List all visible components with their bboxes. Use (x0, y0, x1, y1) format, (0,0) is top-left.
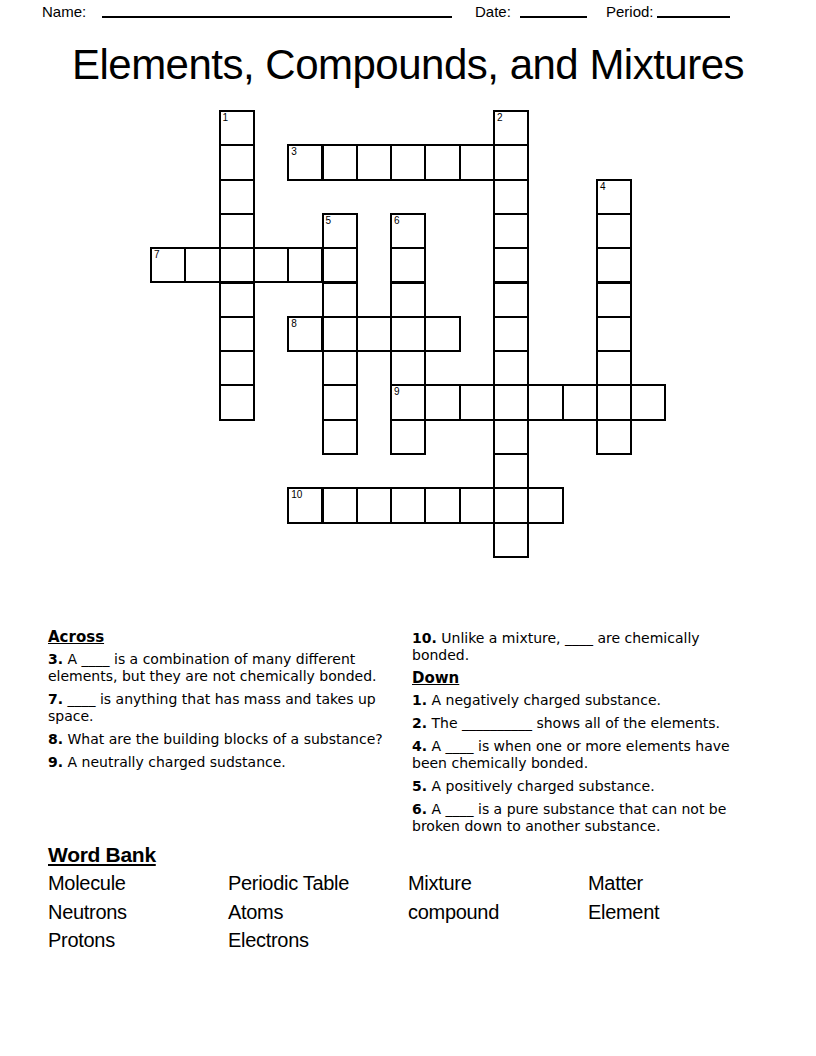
grid-cell[interactable] (219, 179, 255, 215)
clue-number: 9 (394, 387, 400, 397)
grid-cell[interactable] (596, 419, 632, 455)
grid-cell[interactable] (630, 384, 666, 420)
across-clues-overflow: 10. Unlike a mixture, ____ are chemicall… (412, 630, 760, 664)
worksheet-title: Elements, Compounds, and Mixtures (0, 42, 816, 88)
period-field-line[interactable] (657, 0, 730, 18)
clue-8: 8. What are the building blocks of a sub… (48, 731, 393, 748)
clue-1: 1. A negatively charged substance. (412, 692, 760, 709)
grid-cell[interactable] (424, 144, 460, 180)
grid-cell[interactable] (390, 316, 426, 352)
period-label: Period: (606, 3, 654, 20)
grid-cell[interactable] (459, 487, 495, 523)
grid-cell[interactable] (493, 453, 529, 489)
grid-cell[interactable] (219, 213, 255, 249)
clue-number-label: 2. (412, 715, 427, 731)
grid-cell[interactable] (493, 384, 529, 420)
grid-cell[interactable] (424, 487, 460, 523)
grid-cell[interactable] (493, 522, 529, 558)
grid-cell[interactable] (493, 350, 529, 386)
word-bank-item: Neutrons (48, 901, 228, 930)
grid-cell[interactable] (219, 350, 255, 386)
grid-cell[interactable] (390, 247, 426, 283)
grid-cell[interactable] (322, 282, 358, 318)
clue-4: 4. A ____ is when one or more elements h… (412, 738, 760, 772)
grid-cell[interactable] (596, 384, 632, 420)
grid-cell[interactable] (219, 384, 255, 420)
word-bank-item: compound (408, 901, 588, 930)
grid-cell[interactable] (527, 487, 563, 523)
clue-number-label: 9. (48, 754, 63, 770)
clue-number: 7 (154, 250, 160, 260)
grid-cell[interactable] (493, 419, 529, 455)
grid-cell[interactable] (322, 350, 358, 386)
grid-cell[interactable] (424, 384, 460, 420)
word-bank-list: MoleculePeriodic TableMixtureMatterNeutr… (48, 872, 768, 958)
across-clues-column: Across 3. A ____ is a combination of man… (48, 629, 393, 777)
name-label: Name: (42, 3, 86, 20)
grid-cell[interactable] (390, 144, 426, 180)
clue-number-label: 1. (412, 692, 427, 708)
word-bank-item: Electrons (228, 929, 408, 958)
grid-cell[interactable] (493, 282, 529, 318)
grid-cell[interactable] (219, 144, 255, 180)
grid-cell[interactable] (596, 247, 632, 283)
grid-cell[interactable] (322, 316, 358, 352)
date-label: Date: (475, 3, 511, 20)
word-bank-item: Atoms (228, 901, 408, 930)
grid-cell[interactable] (219, 316, 255, 352)
clue-number: 2 (497, 113, 503, 123)
grid-cell[interactable] (596, 350, 632, 386)
grid-cell[interactable] (493, 316, 529, 352)
grid-cell[interactable] (424, 316, 460, 352)
grid-cell[interactable] (596, 213, 632, 249)
grid-cell[interactable] (390, 350, 426, 386)
word-bank-heading: Word Bank (48, 843, 156, 867)
grid-cell[interactable] (356, 487, 392, 523)
clue-10: 10. Unlike a mixture, ____ are chemicall… (412, 630, 760, 664)
clue-number-label: 3. (48, 651, 63, 667)
clue-9: 9. A neutrally charged sudstance. (48, 754, 393, 771)
clue-number: 8 (291, 319, 297, 329)
across-clues-list: 3. A ____ is a combination of many diffe… (48, 651, 393, 771)
grid-cell[interactable] (527, 384, 563, 420)
clue-number: 4 (600, 182, 606, 192)
clue-3: 3. A ____ is a combination of many diffe… (48, 651, 393, 685)
down-clues-column: 10. Unlike a mixture, ____ are chemicall… (412, 630, 760, 841)
grid-cell[interactable] (219, 282, 255, 318)
grid-cell[interactable] (184, 247, 220, 283)
grid-cell[interactable] (322, 384, 358, 420)
word-bank-item: Periodic Table (228, 872, 408, 901)
grid-cell[interactable] (493, 247, 529, 283)
clue-number-label: 7. (48, 691, 63, 707)
clue-number-label: 5. (412, 778, 427, 794)
grid-cell[interactable] (322, 144, 358, 180)
word-bank-item: Molecule (48, 872, 228, 901)
grid-cell[interactable] (596, 316, 632, 352)
grid-cell[interactable] (596, 282, 632, 318)
down-heading: Down (412, 670, 760, 687)
crossword-grid: 12345678910 (150, 110, 667, 558)
grid-cell[interactable] (493, 213, 529, 249)
clue-number: 5 (326, 216, 332, 226)
grid-cell[interactable] (390, 282, 426, 318)
grid-cell[interactable] (356, 316, 392, 352)
grid-cell[interactable] (322, 247, 358, 283)
grid-cell[interactable] (493, 487, 529, 523)
grid-cell[interactable] (390, 419, 426, 455)
grid-cell[interactable] (562, 384, 598, 420)
clue-number-label: 10. (412, 630, 437, 646)
grid-cell[interactable] (493, 144, 529, 180)
grid-cell[interactable] (459, 384, 495, 420)
clue-number-label: 6. (412, 801, 427, 817)
clue-6: 6. A ____ is a pure substance that can n… (412, 801, 760, 835)
name-field-line[interactable] (102, 0, 452, 18)
grid-cell[interactable] (322, 419, 358, 455)
clue-number: 1 (223, 113, 229, 123)
clue-number: 10 (291, 490, 302, 500)
grid-cell[interactable] (459, 144, 495, 180)
clue-number-label: 8. (48, 731, 63, 747)
clue-2: 2. The __________ shows all of the eleme… (412, 715, 760, 732)
grid-cell[interactable] (219, 247, 255, 283)
clue-number: 6 (394, 216, 400, 226)
grid-cell[interactable] (322, 487, 358, 523)
clue-7: 7. ____ is anything that has mass and ta… (48, 691, 393, 725)
word-bank-item: Element (588, 901, 768, 930)
clue-number: 3 (291, 147, 297, 157)
down-clues-list: 1. A negatively charged substance.2. The… (412, 692, 760, 835)
word-bank-item: Protons (48, 929, 228, 958)
word-bank-item: Mixture (408, 872, 588, 901)
grid-cell[interactable] (493, 179, 529, 215)
grid-cell[interactable] (356, 144, 392, 180)
across-heading: Across (48, 629, 393, 646)
grid-cell[interactable] (253, 247, 289, 283)
grid-cell[interactable] (287, 247, 323, 283)
word-bank-item: Matter (588, 872, 768, 901)
clue-5: 5. A positively charged substance. (412, 778, 760, 795)
clue-number-label: 4. (412, 738, 427, 754)
date-field-line[interactable] (520, 0, 587, 18)
grid-cell[interactable] (390, 487, 426, 523)
